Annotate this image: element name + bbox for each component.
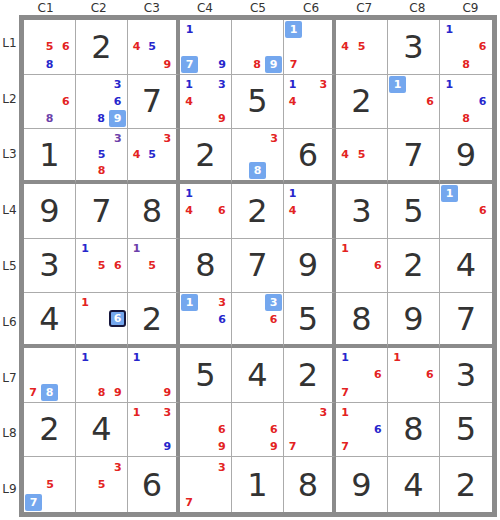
candidate-grid: 167 [337,404,386,456]
cell-L1C5[interactable]: 89 [232,20,284,75]
candidate-9: 9 [110,383,126,400]
candidate-1-highlighted: 1 [181,294,198,311]
column-label-C1: C1 [19,0,72,16]
candidate-8: 8 [41,110,57,127]
cell-L7C7[interactable]: 167 [336,348,388,403]
candidate-grid: 78 [25,349,74,401]
candidate-6: 6 [58,38,74,55]
cell-L8C4[interactable]: 69 [180,403,232,458]
candidate-5: 5 [41,38,57,55]
candidate-7: 7 [181,493,197,511]
cell-L6C3[interactable]: 2 [128,293,180,348]
row-label-L9: L9 [0,461,19,517]
candidate-grid: 1349 [181,76,230,128]
cell-L7C8[interactable]: 16 [388,348,440,403]
candidate-7: 7 [285,55,302,72]
solved-digit: 1 [232,457,283,512]
row-label-L5: L5 [0,238,19,294]
candidate-grid: 136 [181,294,230,343]
candidate-grid: 15 [129,240,175,292]
candidate-3: 3 [109,76,126,93]
cell-L4C2[interactable]: 7 [76,184,128,239]
cell-L3C3[interactable]: 345 [128,129,180,184]
candidate-5: 5 [93,147,109,163]
candidate-9: 9 [214,438,230,455]
cell-L3C5[interactable]: 38 [232,129,284,184]
cell-L9C3[interactable]: 6 [128,457,180,512]
cell-L1C2[interactable]: 2 [76,20,128,75]
candidate-5: 5 [144,38,159,55]
candidate-6: 6 [475,202,492,219]
cell-L5C5[interactable]: 7 [232,239,284,294]
candidate-1: 1 [77,294,93,310]
candidate-grid: 37 [285,404,331,456]
solved-digit: 2 [180,129,231,180]
candidate-grid: 45 [337,21,386,73]
cell-L6C4[interactable]: 136 [180,293,232,348]
cell-L1C7[interactable]: 45 [336,20,388,75]
cell-L6C6[interactable]: 5 [284,293,336,348]
solved-digit: 5 [388,184,439,238]
candidate-6: 6 [422,93,438,110]
cell-L8C3[interactable]: 139 [128,403,180,458]
candidate-3-highlighted: 3 [265,294,282,311]
candidate-6: 6 [214,421,230,438]
candidate-4: 4 [285,93,300,110]
cell-L4C6[interactable]: 14 [284,184,336,239]
candidate-9: 9 [214,55,230,72]
row-labels: L1L2L3L4L5L6L7L8L9 [0,15,19,517]
cell-L5C9[interactable]: 4 [440,239,492,294]
solved-digit: 9 [440,129,492,180]
candidate-1: 1 [285,76,300,93]
solved-digit: 1 [24,129,75,180]
candidate-4: 4 [285,202,300,219]
solved-digit: 6 [128,457,176,512]
cell-L8C2[interactable]: 4 [76,403,128,458]
cell-L7C3[interactable]: 19 [128,348,180,403]
cell-L7C5[interactable]: 4 [232,348,284,403]
candidate-grid: 45 [337,130,386,179]
candidate-grid: 134 [285,76,331,128]
cell-L4C3[interactable]: 8 [128,184,180,239]
solved-digit: 8 [128,184,176,238]
cell-L6C1[interactable]: 4 [24,293,76,348]
cell-L3C6[interactable]: 6 [284,129,336,184]
row-label-L1: L1 [0,15,19,71]
cell-L8C6[interactable]: 37 [284,403,336,458]
candidate-1: 1 [181,21,198,38]
solved-digit: 8 [336,293,387,344]
solved-digit: 9 [336,457,387,512]
solved-digit: 7 [76,184,127,238]
cell-L4C5[interactable]: 2 [232,184,284,239]
candidate-5: 5 [144,147,159,163]
candidate-8: 8 [93,163,109,179]
cell-L9C2[interactable]: 35 [76,457,128,512]
cell-L6C5[interactable]: 36 [232,293,284,348]
candidate-9-highlighted: 9 [265,56,282,73]
cell-L5C7[interactable]: 16 [336,239,388,294]
candidate-4: 4 [181,93,197,110]
solved-digit: 2 [232,184,283,238]
solved-digit: 9 [24,184,75,238]
candidate-3: 3 [214,294,230,311]
solved-digit: 3 [388,20,439,74]
cell-L2C7[interactable]: 2 [336,75,388,130]
candidate-1: 1 [337,349,353,366]
cell-L2C5[interactable]: 5 [232,75,284,130]
candidate-6: 6 [370,257,386,274]
candidate-9: 9 [160,55,175,72]
candidate-6: 6 [214,202,230,219]
cell-L5C1[interactable]: 3 [24,239,76,294]
candidate-8: 8 [249,55,265,72]
cell-L1C8[interactable]: 3 [388,20,440,75]
candidate-9: 9 [266,438,282,455]
solved-digit: 8 [284,457,332,512]
cell-L7C1[interactable]: 78 [24,348,76,403]
candidate-3: 3 [110,130,126,146]
candidate-grid: 3689 [77,76,126,128]
solved-digit: 8 [388,403,439,457]
solved-digit: 7 [232,239,283,293]
cell-L1C3[interactable]: 459 [128,20,180,75]
candidate-1: 1 [337,404,353,421]
candidate-grid: 179 [181,21,230,73]
candidate-6: 6 [474,93,491,110]
cell-L3C9[interactable]: 9 [440,129,492,184]
candidate-1: 1 [129,404,144,421]
cell-L8C9[interactable]: 5 [440,403,492,458]
candidate-1: 1 [129,349,144,366]
candidate-6-target: 6 [109,310,126,327]
candidate-7: 7 [285,438,300,455]
candidate-4: 4 [181,202,197,219]
solved-digit: 4 [24,293,75,344]
cell-L2C1[interactable]: 68 [24,75,76,130]
candidate-grid: 167 [337,349,386,401]
candidate-6: 6 [109,93,126,110]
cell-L6C9[interactable]: 7 [440,293,492,348]
candidate-1: 1 [389,349,405,366]
candidate-1: 1 [181,76,197,93]
cell-L9C5[interactable]: 1 [232,457,284,512]
candidate-1: 1 [285,185,300,202]
row-label-L4: L4 [0,182,19,238]
cell-L2C4[interactable]: 1349 [180,75,232,130]
candidate-8: 8 [41,55,57,72]
candidate-grid: 146 [181,185,230,237]
row-label-L2: L2 [0,71,19,127]
candidate-5: 5 [93,257,109,274]
sudoku-board: 5682459179891745316868368971349513421616… [19,15,497,517]
candidate-grid: 345 [129,130,175,179]
solved-digit: 9 [284,239,332,293]
candidate-grid: 168 [441,76,491,128]
cell-L2C6[interactable]: 134 [284,75,336,130]
solved-digit: 3 [24,239,75,293]
row-label-L8: L8 [0,405,19,461]
solved-digit: 4 [76,403,127,457]
row-label-L7: L7 [0,350,19,406]
cell-L5C4[interactable]: 8 [180,239,232,294]
cell-L9C7[interactable]: 9 [336,457,388,512]
cell-L4C8[interactable]: 5 [388,184,440,239]
cell-L5C3[interactable]: 15 [128,239,180,294]
candidate-1-highlighted: 1 [441,185,458,202]
column-label-C5: C5 [231,0,284,16]
cell-L6C8[interactable]: 9 [388,293,440,348]
candidate-5: 5 [144,257,159,274]
solved-digit: 2 [284,348,332,402]
solved-digit: 2 [440,457,492,512]
cell-L4C4[interactable]: 146 [180,184,232,239]
solved-digit: 7 [128,75,176,129]
cell-L7C6[interactable]: 2 [284,348,336,403]
candidate-1: 1 [129,240,144,257]
candidate-3: 3 [214,76,230,93]
candidate-1-highlighted: 1 [389,76,406,93]
column-label-C2: C2 [72,0,125,16]
candidate-4: 4 [337,38,353,55]
candidate-grid: 19 [129,349,175,401]
candidate-grid: 68 [25,76,74,128]
candidate-3: 3 [160,130,175,146]
candidate-7: 7 [337,383,353,400]
cell-L8C8[interactable]: 8 [388,403,440,458]
solved-digit: 4 [388,457,439,512]
candidate-grid: 57 [25,458,74,511]
solved-digit: 5 [284,293,332,344]
cell-L4C1[interactable]: 9 [24,184,76,239]
candidate-3: 3 [266,130,282,146]
candidate-5: 5 [93,476,109,494]
candidate-7: 7 [25,383,41,400]
candidate-7-highlighted: 7 [181,56,198,73]
cell-L9C4[interactable]: 37 [180,457,232,512]
candidate-5: 5 [353,147,369,163]
candidate-9-highlighted: 9 [109,110,126,127]
cell-L3C1[interactable]: 1 [24,129,76,184]
candidate-grid: 568 [25,21,74,73]
candidate-4: 4 [337,147,353,163]
candidate-4: 4 [129,38,144,55]
cell-L6C7[interactable]: 8 [336,293,388,348]
candidate-grid: 89 [233,21,282,73]
cell-L2C8[interactable]: 16 [388,75,440,130]
candidate-6: 6 [265,311,282,327]
candidate-1: 1 [441,76,458,93]
candidate-4: 4 [129,147,144,163]
candidate-grid: 168 [441,21,491,73]
candidate-6: 6 [58,93,74,110]
candidate-3: 3 [160,404,175,421]
candidate-grid: 189 [77,349,126,401]
candidate-grid: 17 [285,21,331,73]
solved-digit: 5 [440,403,492,457]
cell-L5C6[interactable]: 9 [284,239,336,294]
candidate-1: 1 [77,349,93,366]
column-label-C6: C6 [285,0,338,16]
solved-digit: 4 [440,239,492,293]
candidate-5: 5 [42,476,58,494]
candidate-grid: 139 [129,404,175,456]
solved-digit: 8 [180,239,231,293]
candidate-6: 6 [422,366,438,383]
candidate-9: 9 [160,438,175,455]
cell-L7C9[interactable]: 3 [440,348,492,403]
solved-digit: 2 [336,75,387,129]
solved-digit: 6 [284,129,332,180]
cell-L2C2[interactable]: 3689 [76,75,128,130]
candidate-3: 3 [316,76,331,93]
column-label-C8: C8 [391,0,444,16]
cell-L2C9[interactable]: 168 [440,75,492,130]
candidate-6: 6 [214,311,230,327]
cell-L5C8[interactable]: 2 [388,239,440,294]
solved-digit: 4 [232,348,283,402]
cell-L3C2[interactable]: 358 [76,129,128,184]
cell-L8C5[interactable]: 69 [232,403,284,458]
sudoku-app: C1C2C3C4C5C6C7C8C9 L1L2L3L4L5L6L7L8L9 56… [0,0,500,520]
solved-digit: 2 [128,293,176,344]
candidate-8-highlighted: 8 [41,384,58,401]
candidate-grid: 37 [181,458,230,511]
candidate-grid: 16 [389,76,438,128]
candidate-grid: 69 [181,404,230,456]
candidate-grid: 16 [441,185,491,237]
row-label-L6: L6 [0,294,19,350]
candidate-8: 8 [458,55,475,72]
cell-L7C2[interactable]: 189 [76,348,128,403]
cell-L5C2[interactable]: 156 [76,239,128,294]
solved-digit: 2 [24,403,75,457]
candidate-grid: 38 [233,130,282,179]
cell-L4C7[interactable]: 3 [336,184,388,239]
candidate-7: 7 [337,438,353,455]
candidate-grid: 358 [77,130,126,179]
cell-L1C4[interactable]: 179 [180,20,232,75]
cell-L3C7[interactable]: 45 [336,129,388,184]
column-label-C3: C3 [125,0,178,16]
cell-L1C9[interactable]: 168 [440,20,492,75]
cell-L8C7[interactable]: 167 [336,403,388,458]
candidate-6: 6 [266,421,282,438]
row-label-L3: L3 [0,127,19,183]
solved-digit: 2 [76,20,127,74]
candidate-7-highlighted: 7 [25,494,42,511]
candidate-grid: 16 [77,294,126,343]
candidate-6: 6 [474,38,491,55]
solved-digit: 5 [180,348,231,402]
cell-L1C6[interactable]: 17 [284,20,336,75]
column-labels: C1C2C3C4C5C6C7C8C9 [19,0,497,15]
cell-L3C8[interactable]: 7 [388,129,440,184]
solved-digit: 7 [388,129,439,180]
cell-L9C8[interactable]: 4 [388,457,440,512]
cell-L1C1[interactable]: 568 [24,20,76,75]
solved-digit: 5 [232,75,283,129]
candidate-3: 3 [214,458,230,476]
column-label-C7: C7 [338,0,391,16]
candidate-8: 8 [93,383,109,400]
column-label-C9: C9 [444,0,497,16]
candidate-8-highlighted: 8 [249,162,266,179]
cell-L9C9[interactable]: 2 [440,457,492,512]
candidate-6: 6 [110,257,126,274]
candidate-grid: 14 [285,185,331,237]
candidate-6: 6 [370,366,386,383]
cell-L2C3[interactable]: 7 [128,75,180,130]
candidate-1: 1 [441,21,458,38]
candidate-9: 9 [160,383,175,400]
cell-L7C4[interactable]: 5 [180,348,232,403]
candidate-6: 6 [370,421,386,438]
candidate-1: 1 [337,240,353,257]
candidate-grid: 36 [233,294,282,343]
solved-digit: 3 [336,184,387,238]
candidate-grid: 35 [77,458,126,511]
candidate-grid: 459 [129,21,175,73]
solved-digit: 2 [388,239,439,293]
candidate-1: 1 [181,185,197,202]
column-label-C4: C4 [178,0,231,16]
candidate-8: 8 [458,110,475,127]
cell-L4C9[interactable]: 16 [440,184,492,239]
solved-digit: 3 [440,348,492,402]
candidate-grid: 69 [233,404,282,456]
cell-L9C6[interactable]: 8 [284,457,336,512]
candidate-3: 3 [110,458,126,476]
candidate-3: 3 [316,404,331,421]
candidate-9: 9 [214,110,230,127]
candidate-1-highlighted: 1 [285,21,302,38]
candidate-grid: 16 [389,349,438,401]
cell-L8C1[interactable]: 2 [24,403,76,458]
cell-L9C1[interactable]: 57 [24,457,76,512]
solved-digit: 7 [440,293,492,344]
solved-digit: 9 [388,293,439,344]
candidate-5: 5 [353,38,369,55]
candidate-8: 8 [93,110,109,127]
candidate-grid: 16 [337,240,386,292]
cell-L6C2[interactable]: 16 [76,293,128,348]
candidate-1: 1 [77,240,93,257]
candidate-grid: 156 [77,240,126,292]
cell-L3C4[interactable]: 2 [180,129,232,184]
